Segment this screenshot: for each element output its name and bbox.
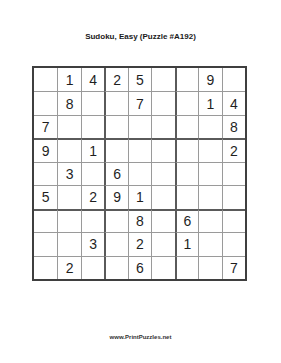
- sudoku-cell-r4c4: [104, 138, 127, 161]
- sudoku-cell-r2c1: [34, 91, 57, 114]
- footer-url: www.PrintPuzzles.net: [0, 334, 281, 340]
- sudoku-cell-r3c9: 8: [222, 115, 245, 138]
- given-digit: 9: [206, 73, 214, 87]
- given-digit: 2: [89, 190, 97, 204]
- sudoku-cell-r3c3: [81, 115, 104, 138]
- sudoku-cell-r5c7: [175, 162, 198, 185]
- sudoku-cell-r8c1: [34, 232, 57, 255]
- given-digit: 4: [230, 97, 238, 111]
- page-title: Sudoku, Easy (Puzzle #A192): [0, 32, 281, 41]
- sudoku-cell-r5c2: 3: [57, 162, 80, 185]
- given-digit: 5: [136, 73, 144, 87]
- given-digit: 9: [113, 190, 121, 204]
- sudoku-cell-r8c9: [222, 232, 245, 255]
- sudoku-cell-r8c3: 3: [81, 232, 104, 255]
- given-digit: 2: [66, 261, 74, 275]
- sudoku-cell-r6c1: 5: [34, 185, 57, 208]
- given-digit: 8: [136, 214, 144, 228]
- given-digit: 1: [66, 73, 74, 87]
- sudoku-cell-r7c4: [104, 209, 127, 232]
- sudoku-cell-r7c8: [198, 209, 221, 232]
- sudoku-cell-r3c1: 7: [34, 115, 57, 138]
- sudoku-cell-r9c6: [151, 256, 174, 279]
- sudoku-cell-r5c1: [34, 162, 57, 185]
- sudoku-cell-r9c5: 6: [128, 256, 151, 279]
- given-digit: 7: [230, 261, 238, 275]
- sudoku-cell-r1c6: [151, 68, 174, 91]
- given-digit: 5: [42, 190, 50, 204]
- sudoku-cell-r3c8: [198, 115, 221, 138]
- sudoku-cell-r2c9: 4: [222, 91, 245, 114]
- sudoku-cell-r3c6: [151, 115, 174, 138]
- sudoku-cell-r2c4: [104, 91, 127, 114]
- sudoku-cell-r2c8: 1: [198, 91, 221, 114]
- sudoku-cell-r6c5: 1: [128, 185, 151, 208]
- sudoku-cell-r4c9: 2: [222, 138, 245, 161]
- sudoku-cell-r4c1: 9: [34, 138, 57, 161]
- sudoku-board: 1425987147891236529186321267: [32, 66, 247, 281]
- sudoku-cell-r2c5: 7: [128, 91, 151, 114]
- sudoku-cell-r5c3: [81, 162, 104, 185]
- sudoku-cell-r7c6: [151, 209, 174, 232]
- sudoku-cell-r6c9: [222, 185, 245, 208]
- sudoku-cell-r5c6: [151, 162, 174, 185]
- given-digit: 1: [206, 97, 214, 111]
- sudoku-cell-r3c5: [128, 115, 151, 138]
- sudoku-cell-r8c8: [198, 232, 221, 255]
- sudoku-cell-r1c1: [34, 68, 57, 91]
- sudoku-cell-r5c8: [198, 162, 221, 185]
- sudoku-cell-r9c1: [34, 256, 57, 279]
- sudoku-cell-r1c7: [175, 68, 198, 91]
- given-digit: 6: [183, 214, 191, 228]
- sudoku-cell-r6c8: [198, 185, 221, 208]
- sudoku-cell-r8c6: [151, 232, 174, 255]
- given-digit: 2: [113, 73, 121, 87]
- sudoku-cell-r8c2: [57, 232, 80, 255]
- sudoku-cell-r6c3: 2: [81, 185, 104, 208]
- given-digit: 1: [136, 190, 144, 204]
- sudoku-cell-r7c3: [81, 209, 104, 232]
- sudoku-cell-r2c7: [175, 91, 198, 114]
- given-digit: 7: [136, 97, 144, 111]
- given-digit: 1: [89, 144, 97, 158]
- sudoku-cell-r6c6: [151, 185, 174, 208]
- sudoku-cell-r9c8: [198, 256, 221, 279]
- sudoku-cell-r1c3: 4: [81, 68, 104, 91]
- sudoku-cell-r1c5: 5: [128, 68, 151, 91]
- sudoku-cell-r7c5: 8: [128, 209, 151, 232]
- sudoku-cell-r4c6: [151, 138, 174, 161]
- given-digit: 4: [89, 73, 97, 87]
- given-digit: 6: [136, 261, 144, 275]
- sudoku-cell-r5c9: [222, 162, 245, 185]
- sudoku-cell-r5c5: [128, 162, 151, 185]
- given-digit: 7: [42, 120, 50, 134]
- given-digit: 3: [66, 167, 74, 181]
- sudoku-cell-r9c3: [81, 256, 104, 279]
- sudoku-cell-r4c8: [198, 138, 221, 161]
- given-digit: 9: [42, 144, 50, 158]
- sudoku-cell-r7c9: [222, 209, 245, 232]
- given-digit: 2: [136, 237, 144, 251]
- sudoku-cell-r7c2: [57, 209, 80, 232]
- sudoku-cell-r1c8: 9: [198, 68, 221, 91]
- given-digit: 6: [113, 167, 121, 181]
- sudoku-cell-r9c9: 7: [222, 256, 245, 279]
- sudoku-cell-r2c2: 8: [57, 91, 80, 114]
- sudoku-cell-r4c7: [175, 138, 198, 161]
- given-digit: 3: [89, 237, 97, 251]
- given-digit: 2: [230, 144, 238, 158]
- sudoku-cell-r1c4: 2: [104, 68, 127, 91]
- sudoku-cell-r8c4: [104, 232, 127, 255]
- sudoku-cell-r4c3: 1: [81, 138, 104, 161]
- sudoku-cell-r4c2: [57, 138, 80, 161]
- sudoku-cell-r1c9: [222, 68, 245, 91]
- sudoku-cell-r7c1: [34, 209, 57, 232]
- given-digit: 8: [230, 120, 238, 134]
- sudoku-cell-r6c2: [57, 185, 80, 208]
- sudoku-cell-r8c5: 2: [128, 232, 151, 255]
- sudoku-cell-r2c3: [81, 91, 104, 114]
- given-digit: 1: [183, 237, 191, 251]
- sudoku-cell-r9c4: [104, 256, 127, 279]
- sudoku-cell-r7c7: 6: [175, 209, 198, 232]
- sudoku-cell-r9c2: 2: [57, 256, 80, 279]
- sudoku-cell-r9c7: [175, 256, 198, 279]
- sudoku-cell-r2c6: [151, 91, 174, 114]
- sudoku-cell-r3c4: [104, 115, 127, 138]
- sudoku-cell-r6c4: 9: [104, 185, 127, 208]
- sudoku-cell-r3c7: [175, 115, 198, 138]
- sudoku-cell-r5c4: 6: [104, 162, 127, 185]
- sudoku-cell-r1c2: 1: [57, 68, 80, 91]
- sudoku-cell-r3c2: [57, 115, 80, 138]
- sudoku-cell-r4c5: [128, 138, 151, 161]
- given-digit: 8: [66, 97, 74, 111]
- sudoku-cell-r6c7: [175, 185, 198, 208]
- sudoku-cell-r8c7: 1: [175, 232, 198, 255]
